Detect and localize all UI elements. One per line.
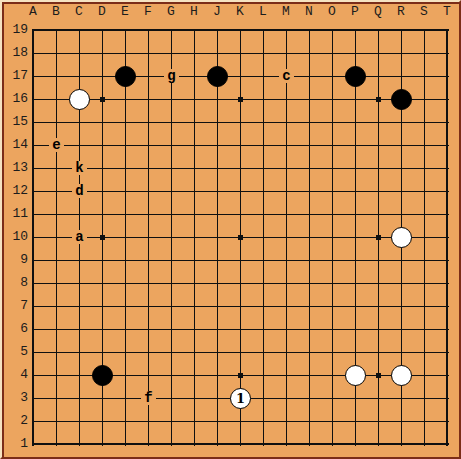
column-label: H <box>183 5 205 19</box>
star-point-Q10 <box>376 235 381 240</box>
row-label: 18 <box>4 46 28 60</box>
point-label-d: d <box>72 184 87 198</box>
row-label: 10 <box>4 230 28 244</box>
star-point-D16 <box>100 97 105 102</box>
white-stone-P4 <box>345 365 366 386</box>
column-label: C <box>68 5 90 19</box>
grid-line <box>309 29 310 446</box>
column-label: O <box>321 5 343 19</box>
column-label: G <box>160 5 182 19</box>
grid-line <box>286 29 287 446</box>
point-label-k: k <box>72 161 87 175</box>
grid-line <box>446 29 448 446</box>
row-label: 13 <box>4 161 28 175</box>
point-label-g: g <box>164 69 179 83</box>
black-stone-R16 <box>391 89 412 110</box>
column-label: Q <box>367 5 389 19</box>
white-stone-C16 <box>69 89 90 110</box>
column-label: M <box>275 5 297 19</box>
row-label: 4 <box>4 368 28 382</box>
column-label: L <box>252 5 274 19</box>
row-label: 8 <box>4 276 28 290</box>
column-label: P <box>344 5 366 19</box>
column-label: R <box>390 5 412 19</box>
grid-line <box>32 260 449 261</box>
star-point-K4 <box>238 373 243 378</box>
black-stone-J17 <box>207 66 228 87</box>
black-stone-E17 <box>115 66 136 87</box>
point-label-e: e <box>49 138 64 152</box>
white-stone-R4 <box>391 365 412 386</box>
column-label: F <box>137 5 159 19</box>
numbered-stone-K3: 1 <box>230 388 251 409</box>
star-point-K10 <box>238 235 243 240</box>
grid-line <box>32 443 449 445</box>
row-label: 7 <box>4 299 28 313</box>
column-label: K <box>229 5 251 19</box>
grid-line <box>424 29 425 446</box>
go-board: ABCDEFGHJKLMNOPQRST191817161514131211109… <box>0 0 461 459</box>
grid-line <box>32 421 449 422</box>
grid-line <box>263 29 264 446</box>
grid-line <box>32 352 449 353</box>
black-stone-D4 <box>92 365 113 386</box>
row-label: 17 <box>4 69 28 83</box>
white-stone-R10 <box>391 227 412 248</box>
row-label: 12 <box>4 184 28 198</box>
row-label: 14 <box>4 138 28 152</box>
row-label: 5 <box>4 345 28 359</box>
star-point-K16 <box>238 97 243 102</box>
column-label: N <box>298 5 320 19</box>
point-label-c: c <box>279 69 294 83</box>
star-point-D10 <box>100 235 105 240</box>
star-point-Q4 <box>376 373 381 378</box>
row-label: 19 <box>4 23 28 37</box>
column-label: B <box>45 5 67 19</box>
column-label: E <box>114 5 136 19</box>
row-label: 1 <box>4 437 28 451</box>
column-label: S <box>413 5 435 19</box>
row-label: 11 <box>4 207 28 221</box>
point-label-a: a <box>72 230 87 244</box>
grid-line <box>32 329 449 330</box>
row-label: 2 <box>4 414 28 428</box>
black-stone-P17 <box>345 66 366 87</box>
move-number: 1 <box>231 389 250 408</box>
row-label: 3 <box>4 391 28 405</box>
column-label: A <box>22 5 44 19</box>
grid-line <box>32 306 449 307</box>
row-label: 9 <box>4 253 28 267</box>
point-label-f: f <box>141 391 156 405</box>
row-label: 16 <box>4 92 28 106</box>
row-label: 6 <box>4 322 28 336</box>
column-label: T <box>436 5 458 19</box>
column-label: D <box>91 5 113 19</box>
star-point-Q16 <box>376 97 381 102</box>
row-label: 15 <box>4 115 28 129</box>
column-label: J <box>206 5 228 19</box>
grid-line <box>332 29 333 446</box>
grid-line <box>32 283 449 284</box>
